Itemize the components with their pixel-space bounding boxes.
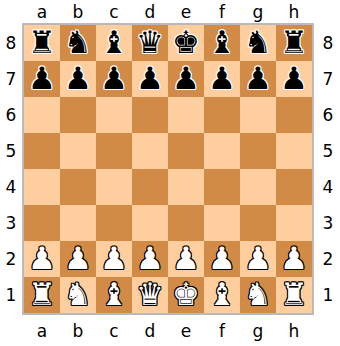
- rank-label-5: 5: [0, 133, 22, 169]
- file-label-e: e: [168, 0, 204, 23]
- white-king-e1[interactable]: ♚: [172, 279, 200, 310]
- black-pawn-c7[interactable]: ♟: [100, 63, 128, 94]
- file-labels-top: abcdefgh: [24, 0, 312, 23]
- square-b7[interactable]: ♟: [60, 61, 96, 97]
- square-b6[interactable]: [60, 97, 96, 133]
- square-f5[interactable]: [204, 133, 240, 169]
- file-label-g: g: [240, 0, 276, 23]
- square-d2[interactable]: ♟: [132, 241, 168, 277]
- square-c2[interactable]: ♟: [96, 241, 132, 277]
- rank-label-2: 2: [316, 241, 340, 277]
- black-knight-b8[interactable]: ♞: [64, 27, 92, 58]
- black-pawn-h7[interactable]: ♟: [280, 63, 308, 94]
- file-label-b: b: [60, 315, 96, 346]
- black-rook-h8[interactable]: ♜: [280, 27, 308, 58]
- white-rook-a1[interactable]: ♜: [28, 279, 56, 310]
- rank-label-7: 7: [0, 61, 22, 97]
- square-b2[interactable]: ♟: [60, 241, 96, 277]
- square-b1[interactable]: ♞: [60, 277, 96, 313]
- square-a5[interactable]: [24, 133, 60, 169]
- square-b3[interactable]: [60, 205, 96, 241]
- rank-label-8: 8: [0, 25, 22, 61]
- white-pawn-c2[interactable]: ♟: [100, 243, 128, 274]
- square-d5[interactable]: [132, 133, 168, 169]
- rank-label-3: 3: [316, 205, 340, 241]
- square-h5[interactable]: [276, 133, 312, 169]
- file-label-c: c: [96, 0, 132, 23]
- square-e6[interactable]: [168, 97, 204, 133]
- white-bishop-c1[interactable]: ♝: [100, 279, 128, 310]
- black-bishop-f8[interactable]: ♝: [208, 27, 236, 58]
- square-f6[interactable]: [204, 97, 240, 133]
- square-e3[interactable]: [168, 205, 204, 241]
- square-g1[interactable]: ♞: [240, 277, 276, 313]
- square-d6[interactable]: [132, 97, 168, 133]
- white-rook-h1[interactable]: ♜: [280, 279, 308, 310]
- square-e8[interactable]: ♚: [168, 25, 204, 61]
- black-knight-g8[interactable]: ♞: [244, 27, 272, 58]
- square-g2[interactable]: ♟: [240, 241, 276, 277]
- rank-label-7: 7: [316, 61, 340, 97]
- black-rook-a8[interactable]: ♜: [28, 27, 56, 58]
- square-d3[interactable]: [132, 205, 168, 241]
- file-label-f: f: [204, 0, 240, 23]
- square-d1[interactable]: ♛: [132, 277, 168, 313]
- square-h3[interactable]: [276, 205, 312, 241]
- square-b8[interactable]: ♞: [60, 25, 96, 61]
- square-f7[interactable]: ♟: [204, 61, 240, 97]
- white-knight-g1[interactable]: ♞: [244, 279, 272, 310]
- white-knight-b1[interactable]: ♞: [64, 279, 92, 310]
- rank-label-3: 3: [0, 205, 22, 241]
- black-bishop-c8[interactable]: ♝: [100, 27, 128, 58]
- white-pawn-h2[interactable]: ♟: [280, 243, 308, 274]
- black-pawn-e7[interactable]: ♟: [172, 63, 200, 94]
- white-bishop-f1[interactable]: ♝: [208, 279, 236, 310]
- square-g6[interactable]: [240, 97, 276, 133]
- rank-label-2: 2: [0, 241, 22, 277]
- black-pawn-g7[interactable]: ♟: [244, 63, 272, 94]
- square-a4[interactable]: [24, 169, 60, 205]
- square-a8[interactable]: ♜: [24, 25, 60, 61]
- square-c3[interactable]: [96, 205, 132, 241]
- file-label-c: c: [96, 315, 132, 346]
- board: ♜♞♝♛♚♝♞♜♟♟♟♟♟♟♟♟♟♟♟♟♟♟♟♟♜♞♝♛♚♝♞♜: [24, 25, 312, 313]
- square-c5[interactable]: [96, 133, 132, 169]
- square-b5[interactable]: [60, 133, 96, 169]
- square-f8[interactable]: ♝: [204, 25, 240, 61]
- square-d7[interactable]: ♟: [132, 61, 168, 97]
- square-c6[interactable]: [96, 97, 132, 133]
- square-b4[interactable]: [60, 169, 96, 205]
- square-g3[interactable]: [240, 205, 276, 241]
- white-pawn-d2[interactable]: ♟: [136, 243, 164, 274]
- square-e5[interactable]: [168, 133, 204, 169]
- square-f1[interactable]: ♝: [204, 277, 240, 313]
- black-pawn-f7[interactable]: ♟: [208, 63, 236, 94]
- file-label-b: b: [60, 0, 96, 23]
- square-g8[interactable]: ♞: [240, 25, 276, 61]
- file-label-d: d: [132, 0, 168, 23]
- square-h1[interactable]: ♜: [276, 277, 312, 313]
- square-a2[interactable]: ♟: [24, 241, 60, 277]
- square-a1[interactable]: ♜: [24, 277, 60, 313]
- square-h6[interactable]: [276, 97, 312, 133]
- chessboard-diagram: abcdefgh abcdefgh 87654321 87654321 ♜♞♝♛…: [0, 0, 340, 346]
- square-g7[interactable]: ♟: [240, 61, 276, 97]
- file-label-a: a: [24, 315, 60, 346]
- file-labels-bottom: abcdefgh: [24, 315, 312, 346]
- file-label-a: a: [24, 0, 60, 23]
- black-pawn-d7[interactable]: ♟: [136, 63, 164, 94]
- file-label-d: d: [132, 315, 168, 346]
- square-e2[interactable]: ♟: [168, 241, 204, 277]
- white-pawn-e2[interactable]: ♟: [172, 243, 200, 274]
- square-f3[interactable]: [204, 205, 240, 241]
- rank-label-8: 8: [316, 25, 340, 61]
- black-king-e8[interactable]: ♚: [172, 27, 200, 58]
- file-label-h: h: [276, 0, 312, 23]
- white-pawn-a2[interactable]: ♟: [28, 243, 56, 274]
- white-pawn-f2[interactable]: ♟: [208, 243, 236, 274]
- square-g4[interactable]: [240, 169, 276, 205]
- rank-labels-right: 87654321: [316, 25, 340, 313]
- rank-label-4: 4: [0, 169, 22, 205]
- square-f4[interactable]: [204, 169, 240, 205]
- square-e4[interactable]: [168, 169, 204, 205]
- white-queen-d1[interactable]: ♛: [136, 279, 164, 310]
- square-a6[interactable]: [24, 97, 60, 133]
- file-label-f: f: [204, 315, 240, 346]
- square-c7[interactable]: ♟: [96, 61, 132, 97]
- square-a7[interactable]: ♟: [24, 61, 60, 97]
- white-pawn-g2[interactable]: ♟: [244, 243, 272, 274]
- board-border: ♜♞♝♛♚♝♞♜♟♟♟♟♟♟♟♟♟♟♟♟♟♟♟♟♜♞♝♛♚♝♞♜: [22, 23, 314, 315]
- square-f2[interactable]: ♟: [204, 241, 240, 277]
- rank-label-1: 1: [0, 277, 22, 313]
- square-c1[interactable]: ♝: [96, 277, 132, 313]
- rank-label-1: 1: [316, 277, 340, 313]
- file-label-g: g: [240, 315, 276, 346]
- square-a3[interactable]: [24, 205, 60, 241]
- file-label-e: e: [168, 315, 204, 346]
- white-pawn-b2[interactable]: ♟: [64, 243, 92, 274]
- rank-label-4: 4: [316, 169, 340, 205]
- square-e1[interactable]: ♚: [168, 277, 204, 313]
- rank-label-5: 5: [316, 133, 340, 169]
- rank-labels-left: 87654321: [0, 25, 22, 313]
- black-queen-d8[interactable]: ♛: [136, 27, 164, 58]
- square-g5[interactable]: [240, 133, 276, 169]
- black-pawn-a7[interactable]: ♟: [28, 63, 56, 94]
- rank-label-6: 6: [316, 97, 340, 133]
- square-e7[interactable]: ♟: [168, 61, 204, 97]
- file-label-h: h: [276, 315, 312, 346]
- square-d8[interactable]: ♛: [132, 25, 168, 61]
- square-h8[interactable]: ♜: [276, 25, 312, 61]
- black-pawn-b7[interactable]: ♟: [64, 63, 92, 94]
- rank-label-6: 6: [0, 97, 22, 133]
- square-c8[interactable]: ♝: [96, 25, 132, 61]
- square-h7[interactable]: ♟: [276, 61, 312, 97]
- square-h2[interactable]: ♟: [276, 241, 312, 277]
- square-h4[interactable]: [276, 169, 312, 205]
- square-d4[interactable]: [132, 169, 168, 205]
- square-c4[interactable]: [96, 169, 132, 205]
